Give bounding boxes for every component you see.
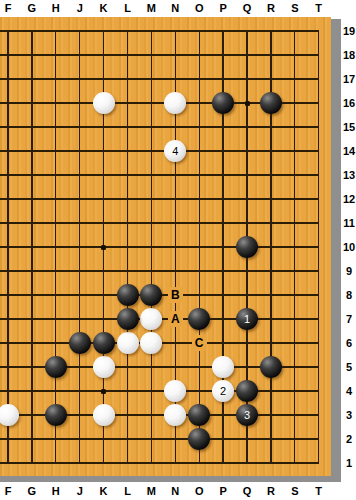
- col-label-bottom-R: R: [261, 484, 281, 499]
- star-point-Q16: [245, 101, 250, 106]
- col-label-bottom-S: S: [285, 484, 305, 499]
- star-point-K4: [101, 389, 106, 394]
- go-board-diagram: 1234ABCFFGGHHJJKKLLMMNNOOPPQQRRSSTT19181…: [0, 0, 356, 500]
- grid-vline-T: [318, 30, 319, 463]
- col-label-bottom-T: T: [309, 484, 329, 499]
- black-stone-K6[interactable]: [93, 332, 115, 354]
- col-label-bottom-O: O: [189, 484, 209, 499]
- col-label-top-G: G: [22, 1, 42, 16]
- grid-vline-O: [199, 30, 200, 463]
- col-label-bottom-G: G: [22, 484, 42, 499]
- col-label-bottom-P: P: [213, 484, 233, 499]
- row-label-18: 18: [342, 48, 356, 63]
- grid-vline-G: [31, 30, 32, 463]
- black-stone-Q10[interactable]: [236, 236, 258, 258]
- point-label-B[interactable]: B: [168, 287, 183, 303]
- black-stone-R5[interactable]: [260, 356, 282, 378]
- white-stone-P4[interactable]: [212, 380, 234, 402]
- col-label-bottom-F: F: [0, 484, 18, 499]
- row-label-1: 1: [342, 456, 356, 471]
- row-label-3: 3: [342, 408, 356, 423]
- white-stone-K3[interactable]: [93, 404, 115, 426]
- row-label-11: 11: [342, 216, 356, 231]
- col-label-top-Q: Q: [237, 1, 257, 16]
- black-stone-Q3[interactable]: [236, 404, 258, 426]
- row-label-17: 17: [342, 72, 356, 87]
- row-label-12: 12: [342, 192, 356, 207]
- row-label-16: 16: [342, 96, 356, 111]
- white-stone-P5[interactable]: [212, 356, 234, 378]
- grid-vline-L: [127, 30, 128, 463]
- row-label-7: 7: [342, 312, 356, 327]
- row-label-2: 2: [342, 432, 356, 447]
- col-label-bottom-L: L: [118, 484, 138, 499]
- grid-vline-M: [151, 30, 152, 463]
- row-label-5: 5: [342, 360, 356, 375]
- point-label-A[interactable]: A: [168, 311, 183, 327]
- black-stone-L8[interactable]: [117, 284, 139, 306]
- row-label-4: 4: [342, 384, 356, 399]
- grid-vline-H: [55, 30, 56, 463]
- col-label-bottom-Q: Q: [237, 484, 257, 499]
- black-stone-H3[interactable]: [45, 404, 67, 426]
- black-stone-Q4[interactable]: [236, 380, 258, 402]
- board-edge-shadow-right: [331, 19, 341, 482]
- col-label-bottom-K: K: [94, 484, 114, 499]
- row-label-10: 10: [342, 240, 356, 255]
- col-label-top-S: S: [285, 1, 305, 16]
- col-label-top-H: H: [46, 1, 66, 16]
- col-label-top-K: K: [94, 1, 114, 16]
- col-label-bottom-M: M: [141, 484, 161, 499]
- white-stone-K5[interactable]: [93, 356, 115, 378]
- col-label-bottom-N: N: [165, 484, 185, 499]
- black-stone-L7[interactable]: [117, 308, 139, 330]
- board-edge-shadow-bottom: [0, 476, 341, 482]
- point-label-C[interactable]: C: [192, 335, 207, 351]
- col-label-top-T: T: [309, 1, 329, 16]
- row-label-14: 14: [342, 144, 356, 159]
- row-label-6: 6: [342, 336, 356, 351]
- star-point-K10: [101, 245, 106, 250]
- row-label-19: 19: [342, 24, 356, 39]
- grid-vline-S: [294, 30, 295, 463]
- col-label-top-P: P: [213, 1, 233, 16]
- black-stone-Q7[interactable]: [236, 308, 258, 330]
- grid-vline-F: [7, 30, 8, 463]
- grid-vline-J: [79, 30, 80, 463]
- black-stone-P16[interactable]: [212, 92, 234, 114]
- black-stone-R16[interactable]: [260, 92, 282, 114]
- col-label-bottom-J: J: [70, 484, 90, 499]
- black-stone-J6[interactable]: [69, 332, 91, 354]
- white-stone-L6[interactable]: [117, 332, 139, 354]
- row-label-15: 15: [342, 120, 356, 135]
- white-stone-K16[interactable]: [93, 92, 115, 114]
- col-label-top-N: N: [165, 1, 185, 16]
- col-label-top-M: M: [141, 1, 161, 16]
- col-label-top-F: F: [0, 1, 18, 16]
- row-label-9: 9: [342, 264, 356, 279]
- row-label-13: 13: [342, 168, 356, 183]
- col-label-bottom-H: H: [46, 484, 66, 499]
- row-label-8: 8: [342, 288, 356, 303]
- col-label-top-L: L: [118, 1, 138, 16]
- black-stone-H5[interactable]: [45, 356, 67, 378]
- col-label-top-J: J: [70, 1, 90, 16]
- col-label-top-O: O: [189, 1, 209, 16]
- col-label-top-R: R: [261, 1, 281, 16]
